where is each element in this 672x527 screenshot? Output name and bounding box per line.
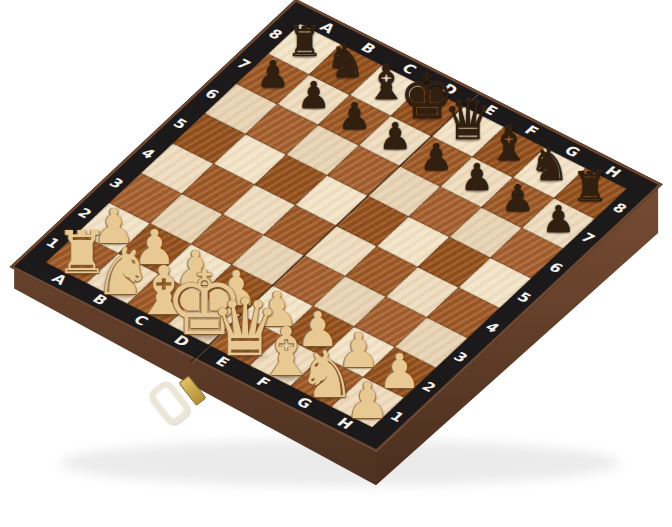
black-knight-g8[interactable]: ♞ [529,142,569,187]
chess-set-photo: AA11BB22CC33DD44EE55FF66GG77HH88 ♜♞♝♚♛♝♞… [0,0,672,527]
black-pawn-f7[interactable]: ♟ [460,160,493,197]
black-bishop-f8[interactable]: ♝ [488,120,530,167]
black-pawn-g7[interactable]: ♟ [501,180,534,217]
black-pawn-a7[interactable]: ♟ [256,57,289,94]
black-pawn-e7[interactable]: ♟ [419,139,452,176]
black-rook-a8[interactable]: ♜ [286,22,323,63]
black-knight-b8[interactable]: ♞ [325,39,365,84]
black-pawn-c7[interactable]: ♟ [338,98,371,135]
box-ground-shadow [60,440,620,486]
black-rook-h8[interactable]: ♜ [572,166,609,207]
white-pawn-h1[interactable]: ♟ [345,376,390,426]
black-pawn-h7[interactable]: ♟ [542,201,575,238]
black-pawn-b7[interactable]: ♟ [297,77,330,114]
black-pawn-d7[interactable]: ♟ [379,118,412,155]
